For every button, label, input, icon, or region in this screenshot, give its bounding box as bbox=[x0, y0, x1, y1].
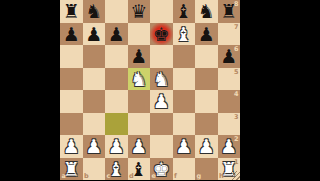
square-c5[interactable] bbox=[105, 68, 128, 91]
square-h3[interactable]: 3 bbox=[218, 113, 241, 136]
square-a5[interactable] bbox=[60, 68, 83, 91]
piece-black-pawn[interactable]: ♟ bbox=[60, 23, 83, 46]
square-b2[interactable]: ♟ bbox=[83, 135, 106, 158]
piece-white-pawn[interactable]: ♟ bbox=[150, 90, 173, 113]
video-frame: ♜♞♛♝♞♜8♟♟♟♚♝♟7♟♟6♞♞5♟43♟♟♟♟♟♟♟2♜ab♝c♝d♚e… bbox=[0, 0, 320, 180]
square-a3[interactable] bbox=[60, 113, 83, 136]
square-c2[interactable]: ♟ bbox=[105, 135, 128, 158]
piece-white-rook[interactable]: ♜ bbox=[60, 158, 83, 181]
piece-white-bishop[interactable]: ♝ bbox=[173, 23, 196, 46]
square-a4[interactable] bbox=[60, 90, 83, 113]
square-d4[interactable] bbox=[128, 90, 151, 113]
square-f7[interactable]: ♝ bbox=[173, 23, 196, 46]
piece-white-knight[interactable]: ♞ bbox=[128, 68, 151, 91]
square-a2[interactable]: ♟ bbox=[60, 135, 83, 158]
square-b8[interactable]: ♞ bbox=[83, 0, 106, 23]
piece-white-knight[interactable]: ♞ bbox=[150, 68, 173, 91]
piece-white-pawn[interactable]: ♟ bbox=[83, 135, 106, 158]
square-a6[interactable] bbox=[60, 45, 83, 68]
square-h8[interactable]: ♜8 bbox=[218, 0, 241, 23]
piece-white-pawn[interactable]: ♟ bbox=[60, 135, 83, 158]
square-c6[interactable] bbox=[105, 45, 128, 68]
square-e1[interactable]: ♚e bbox=[150, 158, 173, 181]
square-g3[interactable] bbox=[195, 113, 218, 136]
piece-black-queen[interactable]: ♛ bbox=[128, 0, 151, 23]
square-h6[interactable]: ♟6 bbox=[218, 45, 241, 68]
square-d2[interactable]: ♟ bbox=[128, 135, 151, 158]
square-e2[interactable] bbox=[150, 135, 173, 158]
square-b7[interactable]: ♟ bbox=[83, 23, 106, 46]
piece-black-knight[interactable]: ♞ bbox=[195, 0, 218, 23]
letterbox-left bbox=[0, 0, 60, 180]
square-e6[interactable] bbox=[150, 45, 173, 68]
piece-black-rook[interactable]: ♜ bbox=[60, 0, 83, 23]
rank-label-4: 4 bbox=[234, 91, 239, 98]
square-g8[interactable]: ♞ bbox=[195, 0, 218, 23]
piece-white-pawn[interactable]: ♟ bbox=[218, 135, 241, 158]
square-a8[interactable]: ♜ bbox=[60, 0, 83, 23]
square-e4[interactable]: ♟ bbox=[150, 90, 173, 113]
square-e7[interactable]: ♚ bbox=[150, 23, 173, 46]
rank-label-7: 7 bbox=[234, 24, 239, 31]
square-e3[interactable] bbox=[150, 113, 173, 136]
square-d5[interactable]: ♞ bbox=[128, 68, 151, 91]
piece-black-pawn[interactable]: ♟ bbox=[128, 45, 151, 68]
file-label-f: f bbox=[174, 173, 177, 180]
piece-white-king[interactable]: ♚ bbox=[150, 158, 173, 181]
square-b3[interactable] bbox=[83, 113, 106, 136]
file-label-g: g bbox=[197, 173, 202, 180]
square-f2[interactable]: ♟ bbox=[173, 135, 196, 158]
square-a1[interactable]: ♜a bbox=[60, 158, 83, 181]
square-b5[interactable] bbox=[83, 68, 106, 91]
square-g2[interactable]: ♟ bbox=[195, 135, 218, 158]
square-d6[interactable]: ♟ bbox=[128, 45, 151, 68]
piece-black-pawn[interactable]: ♟ bbox=[195, 23, 218, 46]
piece-black-pawn[interactable]: ♟ bbox=[218, 45, 241, 68]
square-c4[interactable] bbox=[105, 90, 128, 113]
square-h4[interactable]: 4 bbox=[218, 90, 241, 113]
square-g5[interactable] bbox=[195, 68, 218, 91]
letterbox-right bbox=[240, 0, 320, 180]
piece-black-rook[interactable]: ♜ bbox=[218, 0, 241, 23]
square-d7[interactable] bbox=[128, 23, 151, 46]
board-resize-handle[interactable] bbox=[231, 171, 240, 180]
piece-black-king[interactable]: ♚ bbox=[150, 23, 173, 46]
piece-white-pawn[interactable]: ♟ bbox=[195, 135, 218, 158]
square-f3[interactable] bbox=[173, 113, 196, 136]
square-g4[interactable] bbox=[195, 90, 218, 113]
piece-black-pawn[interactable]: ♟ bbox=[105, 23, 128, 46]
square-f5[interactable] bbox=[173, 68, 196, 91]
piece-white-pawn[interactable]: ♟ bbox=[173, 135, 196, 158]
square-c7[interactable]: ♟ bbox=[105, 23, 128, 46]
square-d8[interactable]: ♛ bbox=[128, 0, 151, 23]
square-g6[interactable] bbox=[195, 45, 218, 68]
square-d3[interactable] bbox=[128, 113, 151, 136]
square-f8[interactable]: ♝ bbox=[173, 0, 196, 23]
square-f4[interactable] bbox=[173, 90, 196, 113]
chess-board: ♜♞♛♝♞♜8♟♟♟♚♝♟7♟♟6♞♞5♟43♟♟♟♟♟♟♟2♜ab♝c♝d♚e… bbox=[60, 0, 240, 180]
piece-black-bishop[interactable]: ♝ bbox=[173, 0, 196, 23]
square-c1[interactable]: ♝c bbox=[105, 158, 128, 181]
square-d1[interactable]: ♝d bbox=[128, 158, 151, 181]
square-e5[interactable]: ♞ bbox=[150, 68, 173, 91]
square-e8[interactable] bbox=[150, 0, 173, 23]
piece-white-pawn[interactable]: ♟ bbox=[128, 135, 151, 158]
piece-white-pawn[interactable]: ♟ bbox=[105, 135, 128, 158]
square-c3[interactable] bbox=[105, 113, 128, 136]
square-f1[interactable]: f bbox=[173, 158, 196, 181]
piece-black-pawn[interactable]: ♟ bbox=[83, 23, 106, 46]
square-b1[interactable]: b bbox=[83, 158, 106, 181]
square-c8[interactable] bbox=[105, 0, 128, 23]
square-h7[interactable]: 7 bbox=[218, 23, 241, 46]
square-g1[interactable]: g bbox=[195, 158, 218, 181]
rank-label-3: 3 bbox=[234, 114, 239, 121]
square-g7[interactable]: ♟ bbox=[195, 23, 218, 46]
rank-label-5: 5 bbox=[234, 69, 239, 76]
square-b6[interactable] bbox=[83, 45, 106, 68]
piece-black-bishop[interactable]: ♝ bbox=[128, 158, 151, 181]
square-a7[interactable]: ♟ bbox=[60, 23, 83, 46]
piece-white-bishop[interactable]: ♝ bbox=[105, 158, 128, 181]
file-label-b: b bbox=[84, 173, 89, 180]
piece-black-knight[interactable]: ♞ bbox=[83, 0, 106, 23]
square-f6[interactable] bbox=[173, 45, 196, 68]
square-b4[interactable] bbox=[83, 90, 106, 113]
square-h5[interactable]: 5 bbox=[218, 68, 241, 91]
square-h2[interactable]: ♟2 bbox=[218, 135, 241, 158]
